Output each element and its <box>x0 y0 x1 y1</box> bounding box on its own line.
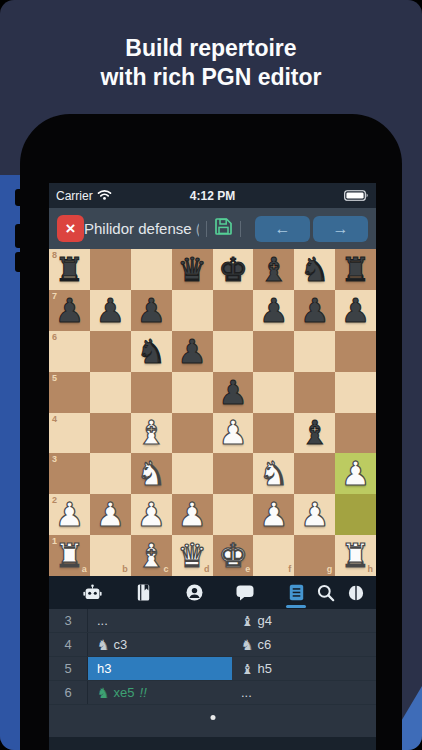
square-c3[interactable]: ♞ <box>131 453 172 494</box>
black-pawn[interactable]: ♟ <box>96 294 126 327</box>
move-text: xe5 <box>114 685 135 700</box>
battery-icon <box>344 190 369 201</box>
square-f8[interactable]: ♝ <box>253 249 294 290</box>
black-pawn[interactable]: ♟ <box>300 294 330 327</box>
save-button[interactable] <box>214 217 233 240</box>
search-icon[interactable] <box>316 583 336 603</box>
coord-file-label: c <box>164 565 169 574</box>
square-f5[interactable] <box>253 372 294 413</box>
move-row: 3...♝g4 <box>49 609 376 633</box>
notation-icon[interactable] <box>286 583 306 603</box>
square-b2[interactable]: ♟ <box>90 494 131 535</box>
move-cell-3-white[interactable]: ... <box>88 609 232 632</box>
square-h2[interactable] <box>335 494 376 535</box>
phone-volume-down-button <box>15 252 21 272</box>
chess-board[interactable]: ♜8♛♚♝♞♜♟7♟♟♟♟♟6♞♟5♟4♝♟♝3♞♞♟♟2♟♟♟♟♟♜1ab♝c… <box>49 249 376 576</box>
move-text: ... <box>97 613 108 628</box>
black-queen[interactable]: ♛ <box>177 253 207 286</box>
square-h6[interactable] <box>335 331 376 372</box>
white-pawn[interactable]: ♟ <box>259 498 289 531</box>
white-knight[interactable]: ♞ <box>259 457 289 490</box>
square-h3[interactable]: ♟ <box>335 453 376 494</box>
square-d1[interactable]: ♛d <box>172 535 213 576</box>
square-a8[interactable]: ♜8 <box>49 249 90 290</box>
square-e4[interactable]: ♟ <box>213 413 254 454</box>
robot-icon[interactable] <box>82 583 102 603</box>
knight-icon: ♞ <box>97 686 110 700</box>
square-f7[interactable]: ♟ <box>253 290 294 331</box>
square-f3[interactable]: ♞ <box>253 453 294 494</box>
coord-rank-label: 6 <box>52 333 57 342</box>
square-g3[interactable] <box>294 453 335 494</box>
square-d8[interactable]: ♛ <box>172 249 213 290</box>
square-a6[interactable]: 6 <box>49 331 90 372</box>
move-cell-5-black[interactable]: ♝h5 <box>232 657 376 680</box>
coord-rank-label: 2 <box>52 496 57 505</box>
square-b3[interactable] <box>90 453 131 494</box>
move-list-panel: 3...♝g44♞c3♞c65h3♝h56♞xe5!!... <box>49 609 376 750</box>
move-cell-3-black[interactable]: ♝g4 <box>232 609 376 632</box>
black-pawn[interactable]: ♟ <box>136 294 166 327</box>
black-rook[interactable]: ♜ <box>341 253 371 286</box>
save-icon <box>214 217 233 240</box>
square-a1[interactable]: ♜1a <box>49 535 90 576</box>
square-d5[interactable] <box>172 372 213 413</box>
status-bar: Carrier 4:12 PM <box>49 183 376 208</box>
move-text: g4 <box>258 613 272 628</box>
black-knight[interactable]: ♞ <box>136 335 166 368</box>
square-c5[interactable] <box>131 372 172 413</box>
opening-book-icon[interactable] <box>133 583 153 603</box>
coord-file-label: d <box>204 565 210 574</box>
white-bishop[interactable]: ♝ <box>136 416 166 449</box>
square-g6[interactable] <box>294 331 335 372</box>
white-pawn[interactable]: ♟ <box>341 457 371 490</box>
coord-file-label: b <box>122 565 128 574</box>
white-pawn[interactable]: ♟ <box>177 498 207 531</box>
coord-rank-label: 8 <box>52 251 57 260</box>
square-g2[interactable]: ♟ <box>294 494 335 535</box>
black-king[interactable]: ♚ <box>218 253 248 286</box>
move-cell-4-white[interactable]: ♞c3 <box>88 633 232 656</box>
square-c8[interactable] <box>131 249 172 290</box>
knight-icon: ♞ <box>97 638 110 652</box>
move-cell-5-white[interactable]: h3 <box>88 657 232 680</box>
move-text: h3 <box>97 661 111 676</box>
black-pawn[interactable]: ♟ <box>218 376 248 409</box>
square-g4[interactable]: ♝ <box>294 413 335 454</box>
square-b7[interactable]: ♟ <box>90 290 131 331</box>
white-queen[interactable]: ♛ <box>177 539 207 572</box>
white-bishop[interactable]: ♝ <box>136 539 166 572</box>
phone-volume-up-button <box>15 224 21 248</box>
move-navigation: ← → <box>255 216 368 242</box>
square-c6[interactable]: ♞ <box>131 331 172 372</box>
square-g8[interactable]: ♞ <box>294 249 335 290</box>
square-d2[interactable]: ♟ <box>172 494 213 535</box>
square-h4[interactable] <box>335 413 376 454</box>
square-g7[interactable]: ♟ <box>294 290 335 331</box>
move-cell-6-black[interactable]: ... <box>232 681 376 704</box>
move-text: c3 <box>114 637 128 652</box>
white-pawn[interactable]: ♟ <box>300 498 330 531</box>
chat-icon[interactable] <box>235 583 255 603</box>
square-a4[interactable]: 4 <box>49 413 90 454</box>
square-h8[interactable]: ♜ <box>335 249 376 290</box>
coord-file-label: e <box>245 565 250 574</box>
caption-line-2: with rich PGN editor <box>0 63 422 92</box>
black-knight[interactable]: ♞ <box>300 253 330 286</box>
phone-mute-switch <box>15 189 21 206</box>
square-e8[interactable]: ♚ <box>213 249 254 290</box>
square-g5[interactable] <box>294 372 335 413</box>
square-e7[interactable] <box>213 290 254 331</box>
square-h7[interactable]: ♟ <box>335 290 376 331</box>
white-knight[interactable]: ♞ <box>136 457 166 490</box>
forward-button[interactable]: → <box>313 216 368 242</box>
toolbar-right-group <box>286 583 366 603</box>
black-rook[interactable]: ♜ <box>55 253 85 286</box>
coord-rank-label: 3 <box>52 455 57 464</box>
square-c7[interactable]: ♟ <box>131 290 172 331</box>
square-b8[interactable] <box>90 249 131 290</box>
move-text: c6 <box>258 637 272 652</box>
knight-icon: ♞ <box>241 638 254 652</box>
black-pawn[interactable]: ♟ <box>259 294 289 327</box>
white-pawn[interactable]: ♟ <box>218 416 248 449</box>
square-e5[interactable]: ♟ <box>213 372 254 413</box>
coord-file-label: f <box>288 565 291 574</box>
app-screen: Carrier 4:12 PM × Philidor defen <box>49 183 376 750</box>
black-bishop[interactable]: ♝ <box>300 416 330 449</box>
square-a3[interactable]: 3 <box>49 453 90 494</box>
square-f6[interactable] <box>253 331 294 372</box>
bottom-toolbar <box>49 576 376 609</box>
caption-line-1: Build repertoire <box>0 34 422 63</box>
square-e6[interactable] <box>213 331 254 372</box>
bottom-strip <box>49 737 376 750</box>
square-f1[interactable]: f <box>253 535 294 576</box>
square-g1[interactable]: g <box>294 535 335 576</box>
study-title: Philidor defense (1/1) <box>84 220 199 237</box>
square-a7[interactable]: ♟7 <box>49 290 90 331</box>
square-d3[interactable] <box>172 453 213 494</box>
square-d7[interactable] <box>172 290 213 331</box>
white-king[interactable]: ♚ <box>218 539 248 572</box>
player-icon[interactable] <box>184 583 204 603</box>
black-pawn[interactable]: ♟ <box>341 294 371 327</box>
move-number: 5 <box>49 657 88 680</box>
coord-rank-label: 4 <box>52 415 57 424</box>
square-b6[interactable] <box>90 331 131 372</box>
square-c4[interactable]: ♝ <box>131 413 172 454</box>
move-annotation: !! <box>140 685 147 700</box>
header-divider <box>206 221 207 237</box>
square-h1[interactable]: ♜h <box>335 535 376 576</box>
square-c2[interactable]: ♟ <box>131 494 172 535</box>
chapter-counter: (1/1) <box>196 220 199 237</box>
white-rook[interactable]: ♜ <box>55 539 85 572</box>
move-text: ... <box>241 685 252 700</box>
coord-file-label: a <box>82 565 87 574</box>
page-indicator-dot <box>210 715 215 720</box>
move-text: h5 <box>258 661 272 676</box>
title-text: Philidor defense <box>84 220 192 237</box>
move-list: 3...♝g44♞c3♞c65h3♝h56♞xe5!!... <box>49 609 376 705</box>
square-d6[interactable]: ♟ <box>172 331 213 372</box>
coord-file-label: h <box>368 565 374 574</box>
bishop-icon: ♝ <box>241 662 254 676</box>
close-button[interactable]: × <box>57 215 84 242</box>
move-row: 4♞c3♞c6 <box>49 633 376 657</box>
move-row: 6♞xe5!!... <box>49 681 376 705</box>
square-e2[interactable] <box>213 494 254 535</box>
marketing-caption: Build repertoire with rich PGN editor <box>0 34 422 92</box>
square-f4[interactable] <box>253 413 294 454</box>
square-e3[interactable] <box>213 453 254 494</box>
move-row: 5h3♝h5 <box>49 657 376 681</box>
coord-rank-label: 7 <box>52 292 57 301</box>
black-pawn[interactable]: ♟ <box>55 294 85 327</box>
back-button[interactable]: ← <box>255 216 310 242</box>
square-a2[interactable]: ♟2 <box>49 494 90 535</box>
coord-file-label: g <box>327 565 333 574</box>
bishop-icon: ♝ <box>241 614 254 628</box>
move-cell-4-black[interactable]: ♞c6 <box>232 633 376 656</box>
square-c1[interactable]: ♝c <box>131 535 172 576</box>
square-d4[interactable] <box>172 413 213 454</box>
brain-icon[interactable] <box>346 583 366 603</box>
white-pawn[interactable]: ♟ <box>136 498 166 531</box>
app-store-screenshot: Build repertoire with rich PGN editor Ca… <box>0 0 422 750</box>
black-pawn[interactable]: ♟ <box>177 335 207 368</box>
square-f2[interactable]: ♟ <box>253 494 294 535</box>
move-cell-6-white[interactable]: ♞xe5!! <box>88 681 232 704</box>
square-b1[interactable]: b <box>90 535 131 576</box>
square-b4[interactable] <box>90 413 131 454</box>
header-divider <box>240 221 241 237</box>
square-b5[interactable] <box>90 372 131 413</box>
coord-rank-label: 1 <box>52 537 57 546</box>
square-h5[interactable] <box>335 372 376 413</box>
toolbar-left-group <box>82 583 255 603</box>
move-number: 3 <box>49 609 88 632</box>
square-e1[interactable]: ♚e <box>213 535 254 576</box>
black-bishop[interactable]: ♝ <box>259 253 289 286</box>
white-pawn[interactable]: ♟ <box>55 498 85 531</box>
white-rook[interactable]: ♜ <box>341 539 371 572</box>
square-a5[interactable]: 5 <box>49 372 90 413</box>
pgn-editor-header: × Philidor defense (1/1) ← → <box>49 208 376 249</box>
clock-label: 4:12 PM <box>49 189 376 203</box>
coord-rank-label: 5 <box>52 374 57 383</box>
white-pawn[interactable]: ♟ <box>96 498 126 531</box>
move-number: 4 <box>49 633 88 656</box>
move-number: 6 <box>49 681 88 704</box>
